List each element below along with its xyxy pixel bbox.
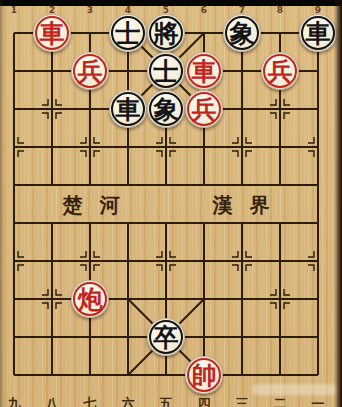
piece-glyph: 將: [154, 21, 179, 46]
red-chariot[interactable]: 車: [33, 14, 71, 52]
piece-glyph: 士: [154, 59, 179, 84]
piece-glyph: 車: [40, 21, 65, 46]
black-chariot[interactable]: 車: [109, 90, 147, 128]
black-soldier[interactable]: 卒: [147, 318, 185, 356]
red-cannon[interactable]: 炮: [71, 280, 109, 318]
left-edge-shadow: [0, 0, 4, 407]
piece-glyph: 車: [306, 21, 331, 46]
xiangqi-board-app: 123456789 楚河 漢界 車士將象車兵士車兵車象兵炮卒帥 九八七六五四三二…: [0, 0, 342, 407]
red-chariot[interactable]: 車: [185, 52, 223, 90]
top-file-label: 8: [277, 6, 283, 15]
bottom-file-label: 二: [274, 397, 287, 407]
black-chariot[interactable]: 車: [299, 14, 337, 52]
watermark: [252, 384, 338, 395]
piece-glyph: 兵: [192, 97, 217, 122]
piece-glyph: 車: [116, 97, 141, 122]
river-label-han-jie: 漢界: [196, 192, 287, 219]
piece-glyph: 車: [192, 59, 217, 84]
piece-glyph: 象: [230, 21, 255, 46]
red-soldier[interactable]: 兵: [185, 90, 223, 128]
piece-glyph: 象: [154, 97, 179, 122]
bottom-file-label: 六: [122, 397, 135, 407]
piece-glyph: 帥: [192, 363, 217, 388]
black-elephant[interactable]: 象: [223, 14, 261, 52]
top-file-label: 1: [11, 6, 17, 15]
piece-glyph: 兵: [268, 59, 293, 84]
piece-glyph: 士: [116, 21, 141, 46]
bottom-file-label: 三: [236, 397, 249, 407]
bottom-file-label: 一: [312, 397, 325, 407]
black-advisor[interactable]: 士: [109, 14, 147, 52]
bottom-file-label: 五: [160, 397, 173, 407]
black-elephant[interactable]: 象: [147, 90, 185, 128]
bottom-file-label: 九: [8, 397, 21, 407]
black-advisor[interactable]: 士: [147, 52, 185, 90]
red-soldier[interactable]: 兵: [71, 52, 109, 90]
piece-glyph: 兵: [78, 59, 103, 84]
top-file-label: 3: [87, 6, 93, 15]
bottom-file-label: 八: [46, 397, 59, 407]
bottom-file-label: 四: [198, 397, 211, 407]
red-soldier[interactable]: 兵: [261, 52, 299, 90]
top-file-label: 6: [201, 6, 207, 15]
piece-glyph: 卒: [154, 325, 179, 350]
right-edge-shadow: [334, 0, 342, 407]
bottom-file-label: 七: [84, 397, 97, 407]
piece-glyph: 炮: [78, 287, 103, 312]
black-general[interactable]: 將: [147, 14, 185, 52]
river-label-chu-he: 楚河: [46, 192, 137, 219]
red-general[interactable]: 帥: [185, 356, 223, 394]
